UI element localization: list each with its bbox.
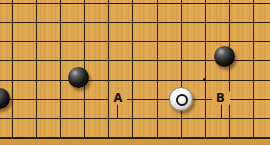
white-stone (169, 87, 193, 111)
point-label-B[interactable]: B (212, 91, 230, 104)
black-stone (214, 46, 235, 67)
grid-vline (253, 0, 254, 138)
black-stone (68, 67, 89, 88)
grid-vline (36, 0, 37, 138)
go-board[interactable]: AB (0, 0, 270, 145)
grid-vline (229, 0, 230, 138)
label-column-line-stub (117, 104, 118, 119)
last-move-marker (176, 94, 188, 106)
grid-vline (205, 0, 206, 138)
grid-vline (108, 0, 109, 138)
board-bottom-margin (0, 138, 270, 145)
grid-vline (157, 0, 158, 138)
grid-vline (132, 0, 133, 138)
grid-vline (12, 0, 13, 138)
grid-vline (181, 0, 182, 138)
grid-vline (60, 0, 61, 138)
label-column-line-stub (221, 104, 222, 119)
point-label-A[interactable]: A (109, 91, 127, 104)
